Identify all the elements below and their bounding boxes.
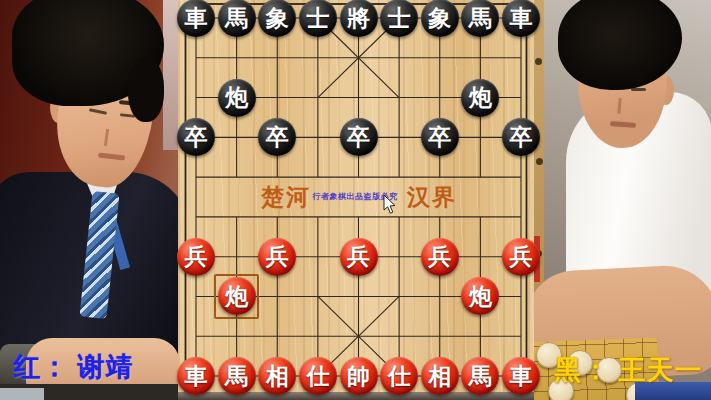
pieces-layer: 車馬象士將士象馬車炮炮卒卒卒卒卒兵兵兵兵兵炮炮車馬相仕帥仕相馬車 (178, 0, 534, 400)
piece-black-horse[interactable]: 馬 (218, 0, 256, 37)
player-photo-black: 黑： 王天一 (534, 0, 711, 400)
piece-red-horse[interactable]: 馬 (218, 357, 256, 395)
piece-black-horse[interactable]: 馬 (461, 0, 499, 37)
player-photo-red: 红： 谢靖 (0, 0, 178, 400)
piece-black-general[interactable]: 將 (340, 0, 378, 37)
piece-black-advisor[interactable]: 士 (380, 0, 418, 37)
piece-black-soldier[interactable]: 卒 (177, 118, 215, 156)
xiangqi-board[interactable]: 楚河 汉界 行者象棋出品盗版必究 車馬象士將士象馬車炮炮卒卒卒卒卒兵兵兵兵兵炮炮… (178, 0, 534, 400)
piece-red-horse[interactable]: 馬 (461, 357, 499, 395)
piece-red-advisor[interactable]: 仕 (380, 357, 418, 395)
piece-red-soldier[interactable]: 兵 (502, 238, 540, 276)
shelf-piece-dot (535, 58, 542, 65)
piece-red-soldier[interactable]: 兵 (258, 238, 296, 276)
hair (128, 58, 164, 122)
piece-red-general[interactable]: 帥 (340, 357, 378, 395)
piece-red-elephant[interactable]: 相 (258, 357, 296, 395)
table-corner (0, 388, 44, 400)
black-player-label: 黑： 王天一 (554, 352, 703, 388)
red-player-label: 红： 谢靖 (13, 349, 134, 385)
piece-red-chariot[interactable]: 車 (502, 357, 540, 395)
piece-black-chariot[interactable]: 車 (177, 0, 215, 37)
piece-red-elephant[interactable]: 相 (421, 357, 459, 395)
piece-black-soldier[interactable]: 卒 (258, 118, 296, 156)
broadcast-frame: 红： 谢靖 楚河 汉界 行者象棋出品盗版必究 車馬象士將士象馬車炮炮卒卒卒卒卒兵… (0, 0, 711, 400)
piece-black-elephant[interactable]: 象 (258, 0, 296, 37)
piece-red-cannon[interactable]: 炮 (461, 277, 499, 315)
piece-black-soldier[interactable]: 卒 (421, 118, 459, 156)
eye (631, 88, 646, 91)
piece-red-soldier[interactable]: 兵 (177, 238, 215, 276)
piece-black-chariot[interactable]: 車 (502, 0, 540, 37)
piece-black-elephant[interactable]: 象 (421, 0, 459, 37)
piece-red-chariot[interactable]: 車 (177, 357, 215, 395)
piece-black-cannon[interactable]: 炮 (218, 79, 256, 117)
piece-black-advisor[interactable]: 士 (299, 0, 337, 37)
piece-black-soldier[interactable]: 卒 (340, 118, 378, 156)
piece-red-soldier[interactable]: 兵 (421, 238, 459, 276)
piece-black-cannon[interactable]: 炮 (461, 79, 499, 117)
piece-red-soldier[interactable]: 兵 (340, 238, 378, 276)
piece-red-advisor[interactable]: 仕 (299, 357, 337, 395)
wall-strip (163, 0, 178, 150)
shelf-piece-dot (536, 158, 543, 165)
piece-red-cannon[interactable]: 炮 (218, 277, 256, 315)
